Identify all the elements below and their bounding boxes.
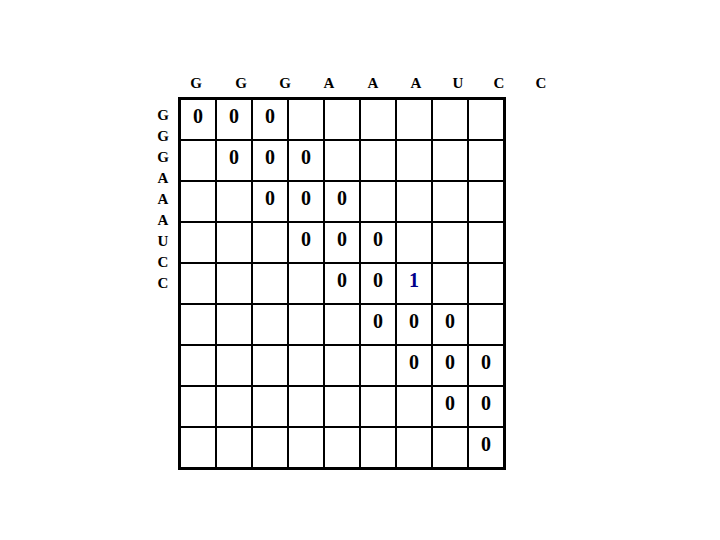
- matrix-cell: [469, 100, 503, 139]
- matrix-cell: [217, 223, 251, 262]
- slide-canvas: GGGAAAUCC GGGAAAUCC 00000000000000100000…: [0, 0, 720, 540]
- row-label: C: [150, 253, 176, 271]
- matrix-cell: [181, 182, 215, 221]
- matrix-cell: 0: [217, 141, 251, 180]
- matrix-cell: [397, 387, 431, 426]
- matrix-cell: [181, 346, 215, 385]
- row-label: A: [150, 190, 176, 208]
- matrix-cell: [289, 387, 323, 426]
- matrix-cell: [469, 182, 503, 221]
- matrix-cell: [181, 428, 215, 467]
- matrix-cell: [397, 182, 431, 221]
- matrix-cell: [253, 223, 287, 262]
- matrix-cell: [289, 264, 323, 303]
- matrix-cell: 0: [433, 387, 467, 426]
- matrix-cell: [181, 223, 215, 262]
- col-label: A: [316, 76, 342, 91]
- col-label: G: [272, 76, 298, 91]
- matrix-cell: [181, 264, 215, 303]
- matrix-cell: [325, 428, 359, 467]
- matrix-cell: 0: [469, 428, 503, 467]
- matrix-cell: 0: [361, 305, 395, 344]
- matrix-cell: 0: [469, 387, 503, 426]
- matrix-cell: 0: [253, 100, 287, 139]
- matrix-cell: [433, 141, 467, 180]
- row-label: G: [150, 106, 176, 124]
- row-label: U: [150, 232, 176, 250]
- col-label: C: [486, 76, 512, 91]
- matrix-cell: [433, 428, 467, 467]
- matrix-cell-highlighted: 1: [397, 264, 431, 303]
- matrix-cell: [397, 141, 431, 180]
- matrix-cell: [325, 387, 359, 426]
- matrix-cell: [361, 100, 395, 139]
- matrix-cell: [361, 141, 395, 180]
- matrix-cell: 0: [253, 182, 287, 221]
- matrix-cell: [361, 182, 395, 221]
- matrix-cell: [469, 264, 503, 303]
- matrix-cell: [469, 305, 503, 344]
- matrix-cell: [433, 182, 467, 221]
- matrix-cell: 0: [181, 100, 215, 139]
- matrix-cell: 0: [217, 100, 251, 139]
- matrix-cell: 0: [397, 305, 431, 344]
- matrix-cell: [433, 264, 467, 303]
- matrix-cell: [253, 264, 287, 303]
- row-label: A: [150, 211, 176, 229]
- matrix-cell: [289, 428, 323, 467]
- col-label: C: [528, 76, 554, 91]
- col-label: A: [403, 76, 429, 91]
- matrix-cell: [289, 305, 323, 344]
- matrix-cell: [325, 141, 359, 180]
- col-label: A: [360, 76, 386, 91]
- col-label: U: [445, 76, 471, 91]
- matrix-cell: 0: [289, 182, 323, 221]
- matrix-cell: [397, 428, 431, 467]
- matrix-cell: 0: [289, 223, 323, 262]
- matrix-cell: [217, 264, 251, 303]
- row-label: G: [150, 148, 176, 166]
- matrix-cell: 0: [325, 223, 359, 262]
- matrix-cell: 0: [397, 346, 431, 385]
- matrix-cell: [433, 223, 467, 262]
- matrix-cell: [433, 100, 467, 139]
- matrix-cell: [361, 428, 395, 467]
- matrix-cell: [397, 100, 431, 139]
- matrix-cell: 0: [325, 264, 359, 303]
- matrix-cell: 0: [469, 346, 503, 385]
- matrix-cell: [325, 305, 359, 344]
- matrix-cell: [217, 428, 251, 467]
- matrix-cell: 0: [325, 182, 359, 221]
- col-label: G: [183, 76, 209, 91]
- col-label: G: [228, 76, 254, 91]
- matrix-cell: [217, 305, 251, 344]
- matrix-cell: 0: [289, 141, 323, 180]
- matrix-cell: [325, 346, 359, 385]
- matrix-cell: [253, 346, 287, 385]
- matrix-cell: [181, 141, 215, 180]
- matrix-cell: [253, 428, 287, 467]
- matrix-cell: [361, 387, 395, 426]
- matrix-cell: [253, 387, 287, 426]
- matrix-cell: [289, 346, 323, 385]
- matrix-cell: [361, 346, 395, 385]
- matrix-cell: 0: [361, 264, 395, 303]
- matrix-cell: [325, 100, 359, 139]
- matrix-cell: [253, 305, 287, 344]
- row-label: C: [150, 274, 176, 292]
- matrix-cell: [181, 387, 215, 426]
- row-label: A: [150, 169, 176, 187]
- matrix-cell: [469, 141, 503, 180]
- matrix-cell: [217, 346, 251, 385]
- matrix-cell: [469, 223, 503, 262]
- matrix-cell: 0: [253, 141, 287, 180]
- matrix-cell: [181, 305, 215, 344]
- matrix-cell: 0: [361, 223, 395, 262]
- matrix-cell: [217, 182, 251, 221]
- row-label: G: [150, 127, 176, 145]
- matrix-cell: [289, 100, 323, 139]
- matrix-cell: 0: [433, 346, 467, 385]
- dp-matrix-grid: 000000000000001000000000: [178, 97, 506, 470]
- matrix-cell: 0: [433, 305, 467, 344]
- matrix-cell: [217, 387, 251, 426]
- matrix-cell: [397, 223, 431, 262]
